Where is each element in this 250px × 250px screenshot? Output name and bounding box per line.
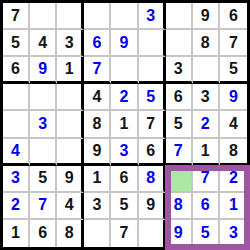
cell-r6c7[interactable]: 7: [166, 139, 193, 166]
cell-r2c2[interactable]: 4: [30, 30, 57, 57]
cell-r7c6[interactable]: 8: [139, 166, 166, 193]
cell-r1c6[interactable]: 3: [139, 3, 166, 30]
cell-r6c9[interactable]: 8: [220, 139, 247, 166]
cell-r3c5[interactable]: [111, 57, 138, 84]
cell-r9c1[interactable]: 1: [3, 220, 30, 247]
cell-r9c9[interactable]: 3: [220, 220, 247, 247]
cell-r7c3[interactable]: 9: [57, 166, 84, 193]
cell-r6c6[interactable]: 6: [139, 139, 166, 166]
cell-r5c7[interactable]: 5: [166, 111, 193, 138]
cell-r4c2[interactable]: [30, 84, 57, 111]
cell-r8c9[interactable]: 1: [220, 193, 247, 220]
cell-r5c1[interactable]: [3, 111, 30, 138]
cell-r2c3[interactable]: 3: [57, 30, 84, 57]
cell-r9c6[interactable]: [139, 220, 166, 247]
cell-r5c9[interactable]: 4: [220, 111, 247, 138]
cell-r3c9[interactable]: 5: [220, 57, 247, 84]
cell-r9c2[interactable]: 6: [30, 220, 57, 247]
cell-r9c5[interactable]: 7: [111, 220, 138, 247]
cell-r1c9[interactable]: 6: [220, 3, 247, 30]
cell-r4c1[interactable]: [3, 84, 30, 111]
cell-r8c3[interactable]: 4: [57, 193, 84, 220]
cell-r2c9[interactable]: 7: [220, 30, 247, 57]
cell-r6c3[interactable]: [57, 139, 84, 166]
cell-r7c1[interactable]: 3: [3, 166, 30, 193]
cell-r7c2[interactable]: 5: [30, 166, 57, 193]
cell-r4c9[interactable]: 9: [220, 84, 247, 111]
cell-r8c5[interactable]: 5: [111, 193, 138, 220]
cell-r5c5[interactable]: 1: [111, 111, 138, 138]
cell-r1c3[interactable]: [57, 3, 84, 30]
cell-r3c2[interactable]: 9: [30, 57, 57, 84]
cell-r9c3[interactable]: 8: [57, 220, 84, 247]
cell-r1c8[interactable]: 9: [193, 3, 220, 30]
cell-r5c3[interactable]: [57, 111, 84, 138]
cell-r1c2[interactable]: [30, 3, 57, 30]
cell-r1c5[interactable]: [111, 3, 138, 30]
cell-r6c1[interactable]: 4: [3, 139, 30, 166]
cell-r7c8[interactable]: 7: [193, 166, 220, 193]
cell-r3c7[interactable]: 3: [166, 57, 193, 84]
cell-r5c6[interactable]: 7: [139, 111, 166, 138]
cell-r5c2[interactable]: 3: [30, 111, 57, 138]
cell-r4c6[interactable]: 5: [139, 84, 166, 111]
sudoku-board: 7396543698769173542563938175244936718359…: [0, 0, 250, 250]
cell-r4c5[interactable]: 2: [111, 84, 138, 111]
cell-r6c5[interactable]: 3: [111, 139, 138, 166]
cell-r8c7[interactable]: 8: [166, 193, 193, 220]
cell-r5c4[interactable]: 8: [84, 111, 111, 138]
cell-r1c4[interactable]: [84, 3, 111, 30]
cell-r1c1[interactable]: 7: [3, 3, 30, 30]
cell-r6c4[interactable]: 9: [84, 139, 111, 166]
cell-r9c8[interactable]: 5: [193, 220, 220, 247]
cell-r4c7[interactable]: 6: [166, 84, 193, 111]
cell-r8c1[interactable]: 2: [3, 193, 30, 220]
cell-r2c7[interactable]: [166, 30, 193, 57]
cell-r9c7[interactable]: 9: [166, 220, 193, 247]
cell-r3c1[interactable]: 6: [3, 57, 30, 84]
cell-r3c3[interactable]: 1: [57, 57, 84, 84]
cell-r2c1[interactable]: 5: [3, 30, 30, 57]
cell-r2c6[interactable]: [139, 30, 166, 57]
cell-r7c4[interactable]: 1: [84, 166, 111, 193]
cell-r3c4[interactable]: 7: [84, 57, 111, 84]
cell-r8c6[interactable]: 9: [139, 193, 166, 220]
cell-r6c8[interactable]: 1: [193, 139, 220, 166]
cell-r4c3[interactable]: [57, 84, 84, 111]
cell-r9c4[interactable]: [84, 220, 111, 247]
cell-r4c8[interactable]: 3: [193, 84, 220, 111]
cell-r2c5[interactable]: 9: [111, 30, 138, 57]
cell-r8c2[interactable]: 7: [30, 193, 57, 220]
cell-r8c4[interactable]: 3: [84, 193, 111, 220]
sudoku-grid: 7396543698769173542563938175244936718359…: [3, 3, 247, 247]
cell-r8c8[interactable]: 6: [193, 193, 220, 220]
cell-r5c8[interactable]: 2: [193, 111, 220, 138]
cell-r7c5[interactable]: 6: [111, 166, 138, 193]
cell-r2c8[interactable]: 8: [193, 30, 220, 57]
cell-r6c2[interactable]: [30, 139, 57, 166]
cell-r3c6[interactable]: [139, 57, 166, 84]
cell-r1c7[interactable]: [166, 3, 193, 30]
cell-r3c8[interactable]: [193, 57, 220, 84]
cell-r4c4[interactable]: 4: [84, 84, 111, 111]
cell-r7c7[interactable]: [166, 166, 193, 193]
cell-r2c4[interactable]: 6: [84, 30, 111, 57]
cell-r7c9[interactable]: 2: [220, 166, 247, 193]
